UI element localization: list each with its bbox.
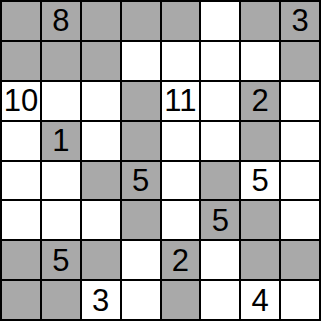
cell-r1c7[interactable] [281,42,319,80]
cell-r4c1[interactable] [42,162,80,200]
cell-r1c4[interactable] [162,42,200,80]
cell-r5c0[interactable] [2,201,40,239]
cell-r3c2[interactable] [82,122,120,160]
cell-r1c6[interactable] [241,42,279,80]
cell-r1c0[interactable] [2,42,40,80]
cell-r4c6[interactable]: 5 [241,162,279,200]
cell-r7c4[interactable] [162,281,200,319]
cell-r2c7[interactable] [281,82,319,120]
cell-r0c6[interactable] [241,2,279,40]
cell-r4c3[interactable]: 5 [122,162,160,200]
cell-r6c4[interactable]: 2 [162,241,200,279]
cell-r1c1[interactable] [42,42,80,80]
cell-r6c2[interactable] [82,241,120,279]
cell-r6c0[interactable] [2,241,40,279]
cell-r3c7[interactable] [281,122,319,160]
cell-r7c3[interactable] [122,281,160,319]
cell-r0c2[interactable] [82,2,120,40]
puzzle-board: 831011215555234 [0,0,321,321]
cell-r2c5[interactable] [201,82,239,120]
cell-r0c1[interactable]: 8 [42,2,80,40]
cell-r0c5[interactable] [201,2,239,40]
cell-r6c7[interactable] [281,241,319,279]
cell-r2c6[interactable]: 2 [241,82,279,120]
cell-r2c1[interactable] [42,82,80,120]
cell-r4c2[interactable] [82,162,120,200]
cell-r2c4[interactable]: 11 [162,82,200,120]
cell-r5c3[interactable] [122,201,160,239]
cell-r4c7[interactable] [281,162,319,200]
cell-r5c6[interactable] [241,201,279,239]
cell-r6c1[interactable]: 5 [42,241,80,279]
cell-r6c5[interactable] [201,241,239,279]
cell-r4c5[interactable] [201,162,239,200]
cell-r0c3[interactable] [122,2,160,40]
cell-r2c2[interactable] [82,82,120,120]
cell-r6c6[interactable] [241,241,279,279]
cell-r3c3[interactable] [122,122,160,160]
cell-r6c3[interactable] [122,241,160,279]
cell-r0c7[interactable]: 3 [281,2,319,40]
cell-r7c0[interactable] [2,281,40,319]
cell-r3c0[interactable] [2,122,40,160]
cell-r2c3[interactable] [122,82,160,120]
cell-r7c1[interactable] [42,281,80,319]
cell-r5c4[interactable] [162,201,200,239]
cell-r5c5[interactable]: 5 [201,201,239,239]
cell-r1c2[interactable] [82,42,120,80]
cell-r2c0[interactable]: 10 [2,82,40,120]
cell-r7c6[interactable]: 4 [241,281,279,319]
cell-r1c3[interactable] [122,42,160,80]
cell-r5c7[interactable] [281,201,319,239]
cell-r7c2[interactable]: 3 [82,281,120,319]
cell-r4c4[interactable] [162,162,200,200]
cell-r5c1[interactable] [42,201,80,239]
cell-r1c5[interactable] [201,42,239,80]
cell-r4c0[interactable] [2,162,40,200]
cell-r3c1[interactable]: 1 [42,122,80,160]
cell-r7c5[interactable] [201,281,239,319]
cell-r3c6[interactable] [241,122,279,160]
cell-r5c2[interactable] [82,201,120,239]
cell-r0c0[interactable] [2,2,40,40]
cell-r3c5[interactable] [201,122,239,160]
cell-r7c7[interactable] [281,281,319,319]
cell-r0c4[interactable] [162,2,200,40]
cell-r3c4[interactable] [162,122,200,160]
